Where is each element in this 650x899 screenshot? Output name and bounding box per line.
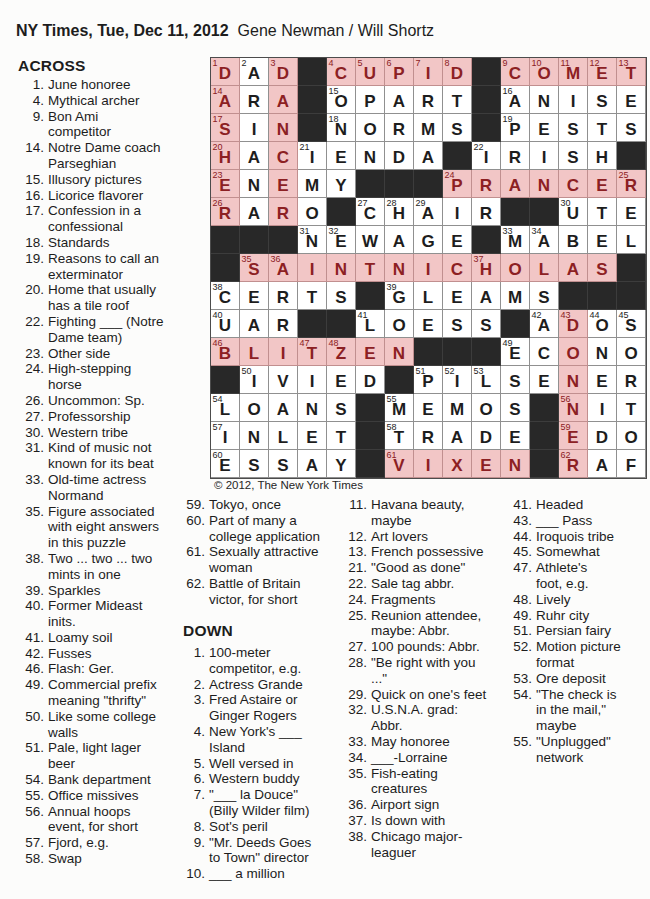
- shaded-grid-cell[interactable]: I: [414, 450, 443, 478]
- grid-cell[interactable]: G: [414, 226, 443, 254]
- clue-item[interactable]: 4.Mythical archer: [18, 93, 186, 109]
- grid-cell[interactable]: W: [356, 226, 385, 254]
- clue-number: 12.: [345, 529, 371, 545]
- clue-item[interactable]: 12.Art lovers: [345, 529, 503, 545]
- cell-letter: S: [240, 260, 268, 280]
- cell-letter: P: [414, 372, 442, 392]
- grid-cell[interactable]: O: [385, 310, 414, 338]
- grid-cell[interactable]: Y: [327, 450, 356, 478]
- clue-item[interactable]: 35.Fish-eating creatures: [345, 766, 503, 798]
- clue-item[interactable]: 43.___ Pass: [510, 513, 642, 529]
- grid-cell[interactable]: 32E: [327, 226, 356, 254]
- shaded-grid-cell[interactable]: E: [356, 338, 385, 366]
- grid-cell[interactable]: N: [240, 422, 269, 450]
- clue-item[interactable]: 41.Headed: [510, 497, 642, 513]
- shaded-grid-cell[interactable]: 59E: [559, 422, 588, 450]
- grid-cell[interactable]: L: [617, 226, 646, 254]
- shaded-grid-cell[interactable]: C: [559, 170, 588, 198]
- shaded-grid-cell[interactable]: 4C: [327, 58, 356, 86]
- clue-text: Fragments: [371, 592, 436, 608]
- clue-item[interactable]: 39.Sparkles: [18, 583, 186, 599]
- shaded-grid-cell[interactable]: 26R: [211, 198, 240, 226]
- clue-item[interactable]: 42.Fusses: [18, 646, 186, 662]
- shaded-grid-cell[interactable]: T: [356, 254, 385, 282]
- grid-cell[interactable]: V: [269, 366, 298, 394]
- grid-cell[interactable]: N: [588, 338, 617, 366]
- clue-item[interactable]: 41.Loamy soil: [18, 630, 186, 646]
- clue-item[interactable]: 8.Sot's peril: [183, 819, 335, 835]
- clue-text: "Unplugged" network: [536, 734, 611, 766]
- clue-item[interactable]: 51.Pale, light lager beer: [18, 740, 186, 772]
- grid-cell[interactable]: D: [385, 142, 414, 170]
- clue-item[interactable]: 56.Annual hoops event, for short: [18, 804, 186, 836]
- shaded-grid-cell[interactable]: 8D: [443, 58, 472, 86]
- grid-cell[interactable]: T: [443, 86, 472, 114]
- clue-item[interactable]: 48.Lively: [510, 592, 642, 608]
- clue-item[interactable]: 4.New York's ___ Island: [183, 724, 335, 756]
- cell-letter: A: [385, 232, 413, 252]
- shaded-grid-cell[interactable]: 3D: [269, 58, 298, 86]
- grid-cell[interactable]: I: [240, 114, 269, 142]
- clue-item[interactable]: 5.Well versed in: [183, 756, 335, 772]
- grid-cell[interactable]: O: [298, 198, 327, 226]
- grid-cell[interactable]: E: [240, 282, 269, 310]
- clue-text: Sale tag abbr.: [371, 576, 454, 592]
- grid-cell[interactable]: A: [240, 142, 269, 170]
- black-cell: [356, 450, 385, 478]
- grid-cell[interactable]: O: [472, 394, 501, 422]
- grid-cell[interactable]: E: [501, 422, 530, 450]
- grid-cell[interactable]: 53L: [472, 366, 501, 394]
- shaded-grid-cell[interactable]: C: [269, 142, 298, 170]
- grid-cell[interactable]: A: [240, 310, 269, 338]
- grid-cell[interactable]: E: [414, 394, 443, 422]
- grid-cell[interactable]: 55M: [385, 394, 414, 422]
- clue-item[interactable]: 60.Part of many a college application: [183, 513, 335, 545]
- grid-cell[interactable]: O: [617, 338, 646, 366]
- shaded-grid-cell[interactable]: 46B: [211, 338, 240, 366]
- grid-cell[interactable]: E: [530, 114, 559, 142]
- clue-item[interactable]: 28."Be right with you ...": [345, 655, 503, 687]
- shaded-grid-cell[interactable]: I: [298, 254, 327, 282]
- grid-cell[interactable]: T: [588, 198, 617, 226]
- cell-letter: S: [501, 400, 529, 420]
- shaded-grid-cell[interactable]: R: [472, 170, 501, 198]
- cell-letter: N: [530, 92, 558, 112]
- shaded-grid-cell[interactable]: N: [501, 450, 530, 478]
- grid-cell[interactable]: E: [588, 226, 617, 254]
- clue-item[interactable]: 57.Fjord, e.g.: [18, 835, 186, 851]
- shaded-grid-cell[interactable]: 5U: [356, 58, 385, 86]
- clue-item[interactable]: 22.Sale tag abbr.: [345, 576, 503, 592]
- grid-cell[interactable]: I: [530, 142, 559, 170]
- shaded-grid-cell[interactable]: 25R: [617, 170, 646, 198]
- grid-cell[interactable]: 19P: [501, 114, 530, 142]
- grid-cell[interactable]: E: [298, 422, 327, 450]
- clue-item[interactable]: 50.Like some college walls: [18, 709, 186, 741]
- grid-cell[interactable]: 21I: [298, 142, 327, 170]
- shaded-grid-cell[interactable]: X: [443, 450, 472, 478]
- grid-cell[interactable]: S: [501, 366, 530, 394]
- clue-item[interactable]: 18.Standards: [18, 235, 186, 251]
- shaded-grid-cell[interactable]: I: [414, 254, 443, 282]
- grid-cell[interactable]: Y: [327, 170, 356, 198]
- shaded-grid-cell[interactable]: 14A: [211, 86, 240, 114]
- grid-cell[interactable]: 28H: [385, 198, 414, 226]
- grid-cell[interactable]: H: [588, 142, 617, 170]
- grid-cell[interactable]: D: [472, 422, 501, 450]
- clue-number: 29.: [345, 687, 371, 703]
- clue-item[interactable]: 24.Fragments: [345, 592, 503, 608]
- grid-cell[interactable]: T: [588, 114, 617, 142]
- grid-cell[interactable]: 58T: [385, 422, 414, 450]
- grid-cell[interactable]: I: [559, 86, 588, 114]
- clue-item[interactable]: 17.Confession in a confessional: [18, 203, 186, 235]
- clue-item[interactable]: 38.Chicago major- leaguer: [345, 829, 503, 861]
- shaded-grid-cell[interactable]: 20H: [211, 142, 240, 170]
- shaded-grid-cell[interactable]: 11M: [559, 58, 588, 86]
- shaded-grid-cell[interactable]: 13T: [617, 58, 646, 86]
- grid-cell[interactable]: A: [240, 198, 269, 226]
- clue-text: "The check is in the mail," maybe: [536, 687, 617, 734]
- grid-cell[interactable]: M: [414, 114, 443, 142]
- grid-cell[interactable]: S: [327, 394, 356, 422]
- grid-cell[interactable]: R: [472, 198, 501, 226]
- grid-cell[interactable]: F: [617, 450, 646, 478]
- shaded-grid-cell[interactable]: N: [530, 170, 559, 198]
- clue-item[interactable]: 9."Mr. Deeds Goes to Town" director: [183, 835, 335, 867]
- shaded-grid-cell[interactable]: E: [269, 170, 298, 198]
- black-cell: [588, 282, 617, 310]
- grid-cell[interactable]: D: [588, 422, 617, 450]
- grid-cell[interactable]: 33M: [501, 226, 530, 254]
- clue-item[interactable]: 54.Bank department: [18, 772, 186, 788]
- clue-item[interactable]: 62.Battle of Britain victor, for short: [183, 576, 335, 608]
- shaded-grid-cell[interactable]: O: [501, 254, 530, 282]
- shaded-grid-cell[interactable]: 23E: [211, 170, 240, 198]
- clue-number: 61.: [183, 544, 209, 560]
- shaded-grid-cell[interactable]: N: [385, 338, 414, 366]
- clue-item[interactable]: 14.Notre Dame coach Parseghian: [18, 140, 186, 172]
- clue-item[interactable]: 9.Bon Ami competitor: [18, 109, 186, 141]
- grid-cell[interactable]: A: [443, 422, 472, 450]
- grid-cell[interactable]: 2A: [240, 58, 269, 86]
- grid-cell[interactable]: E: [530, 366, 559, 394]
- cell-letter: N: [385, 344, 413, 364]
- clue-item[interactable]: 1.100-meter competitor, e.g.: [183, 645, 335, 677]
- shaded-grid-cell[interactable]: N: [559, 366, 588, 394]
- grid-cell[interactable]: M: [443, 394, 472, 422]
- clue-item[interactable]: 27.Professorship: [18, 409, 186, 425]
- grid-cell[interactable]: 29A: [414, 198, 443, 226]
- grid-cell[interactable]: 34A: [530, 226, 559, 254]
- shaded-grid-cell[interactable]: N: [327, 254, 356, 282]
- clue-item[interactable]: 2.Actress Grande: [183, 677, 335, 693]
- grid-cell[interactable]: 27C: [356, 198, 385, 226]
- shaded-grid-cell[interactable]: 48Z: [327, 338, 356, 366]
- clue-item[interactable]: 13.French possessive: [345, 544, 503, 560]
- clue-item[interactable]: 54."The check is in the mail," maybe: [510, 687, 642, 734]
- grid-cell[interactable]: 49E: [501, 338, 530, 366]
- clue-text: Sexually attractive woman: [209, 544, 319, 576]
- clue-item[interactable]: 21."Good as done": [345, 560, 503, 576]
- grid-cell[interactable]: I: [298, 366, 327, 394]
- shaded-grid-cell[interactable]: 9C: [501, 58, 530, 86]
- clue-item[interactable]: 40.Former Mideast inits.: [18, 598, 186, 630]
- grid-cell[interactable]: S: [443, 310, 472, 338]
- cell-letter: P: [443, 176, 471, 196]
- clue-item[interactable]: 49.Ruhr city: [510, 608, 642, 624]
- grid-cell[interactable]: A: [385, 226, 414, 254]
- clue-item[interactable]: 35.Figure associated with eight answers …: [18, 504, 186, 551]
- grid-cell[interactable]: A: [385, 86, 414, 114]
- grid-cell[interactable]: D: [356, 366, 385, 394]
- grid-cell[interactable]: 45S: [617, 310, 646, 338]
- shaded-grid-cell[interactable]: I: [269, 338, 298, 366]
- shaded-grid-cell[interactable]: O: [559, 338, 588, 366]
- shaded-grid-cell[interactable]: L: [530, 254, 559, 282]
- shaded-grid-cell[interactable]: 56N: [559, 394, 588, 422]
- clue-item[interactable]: 26.Uncommon: Sp.: [18, 393, 186, 409]
- grid-cell[interactable]: E: [327, 142, 356, 170]
- grid-cell[interactable]: S: [559, 114, 588, 142]
- shaded-grid-cell[interactable]: 7I: [414, 58, 443, 86]
- grid-cell[interactable]: 22I: [472, 142, 501, 170]
- clue-item[interactable]: 37.Is down with: [345, 813, 503, 829]
- clue-item[interactable]: 49.Commercial prefix meaning "thrifty": [18, 677, 186, 709]
- grid-cell[interactable]: C: [530, 338, 559, 366]
- cell-letter: N: [327, 260, 355, 280]
- grid-cell[interactable]: 54L: [211, 394, 240, 422]
- grid-cell[interactable]: R: [269, 310, 298, 338]
- clue-item[interactable]: 20.Home that usually has a tile roof: [18, 282, 186, 314]
- grid-cell[interactable]: L: [269, 422, 298, 450]
- shaded-grid-cell[interactable]: S: [588, 254, 617, 282]
- clue-item[interactable]: 33.Old-time actress Normand: [18, 472, 186, 504]
- clue-item[interactable]: 24.High-stepping horse: [18, 361, 186, 393]
- grid-cell[interactable]: R: [501, 142, 530, 170]
- shaded-grid-cell[interactable]: A: [559, 254, 588, 282]
- grid-cell[interactable]: L: [414, 282, 443, 310]
- grid-cell[interactable]: N: [530, 86, 559, 114]
- cell-letter: I: [443, 372, 471, 392]
- clue-item[interactable]: 15.Illusory pictures: [18, 172, 186, 188]
- grid-cell[interactable]: E: [588, 366, 617, 394]
- cell-letter: L: [472, 372, 500, 392]
- shaded-grid-cell[interactable]: N: [269, 114, 298, 142]
- clue-item[interactable]: 55.Office missives: [18, 788, 186, 804]
- clue-item[interactable]: 45.Somewhat: [510, 544, 642, 560]
- across-clues-column-2: 59.Tokyo, once60.Part of many a college …: [183, 497, 335, 608]
- grid-cell[interactable]: T: [327, 422, 356, 450]
- clue-item[interactable]: 58.Swap: [18, 851, 186, 867]
- clue-item[interactable]: 27.100 pounds: Abbr.: [345, 639, 503, 655]
- clue-item[interactable]: 36.Airport sign: [345, 797, 503, 813]
- cell-letter: L: [269, 428, 297, 448]
- clue-item[interactable]: 44.Iroquois tribe: [510, 529, 642, 545]
- grid-cell[interactable]: S: [530, 282, 559, 310]
- clue-item[interactable]: 38.Two ... two ... two mints in one: [18, 551, 186, 583]
- grid-cell[interactable]: S: [559, 142, 588, 170]
- grid-cell[interactable]: 52I: [443, 366, 472, 394]
- cell-letter: N: [298, 400, 326, 420]
- shaded-grid-cell[interactable]: 37H: [472, 254, 501, 282]
- clue-item[interactable]: 32.U.S.N.A. grad: Abbr.: [345, 702, 503, 734]
- grid-cell[interactable]: M: [501, 282, 530, 310]
- shaded-grid-cell[interactable]: 12E: [588, 58, 617, 86]
- clue-item[interactable]: 61.Sexually attractive woman: [183, 544, 335, 576]
- clue-text: May honoree: [371, 734, 450, 750]
- clue-item[interactable]: 31.Kind of music not known for its beat: [18, 440, 186, 472]
- grid-cell[interactable]: R: [240, 86, 269, 114]
- grid-cell[interactable]: S: [501, 394, 530, 422]
- grid-cell[interactable]: 38C: [211, 282, 240, 310]
- clue-number: 41.: [510, 497, 536, 513]
- grid-cell[interactable]: R: [385, 114, 414, 142]
- clue-item[interactable]: 16.Licorice flavorer: [18, 188, 186, 204]
- grid-cell[interactable]: R: [269, 282, 298, 310]
- grid-cell[interactable]: I: [588, 394, 617, 422]
- grid-cell[interactable]: O: [240, 394, 269, 422]
- grid-cell[interactable]: O: [617, 422, 646, 450]
- grid-cell[interactable]: S: [588, 86, 617, 114]
- clue-item[interactable]: 46.Flash: Ger.: [18, 661, 186, 677]
- grid-cell[interactable]: A: [298, 450, 327, 478]
- grid-cell[interactable]: B: [559, 226, 588, 254]
- cell-letter: N: [269, 120, 297, 140]
- clue-item[interactable]: 29.Quick on one's feet: [345, 687, 503, 703]
- grid-cell[interactable]: 31N: [298, 226, 327, 254]
- clue-item[interactable]: 7."___ la Douce" (Billy Wilder film): [183, 787, 335, 819]
- clue-item[interactable]: 19.Reasons to call an exterminator: [18, 251, 186, 283]
- grid-cell[interactable]: 44O: [588, 310, 617, 338]
- grid-cell[interactable]: S: [269, 450, 298, 478]
- clue-item[interactable]: 47.Athlete's foot, e.g.: [510, 560, 642, 592]
- grid-cell[interactable]: 39G: [385, 282, 414, 310]
- shaded-grid-cell[interactable]: A: [269, 86, 298, 114]
- shaded-grid-cell[interactable]: 1D: [211, 58, 240, 86]
- shaded-grid-cell[interactable]: C: [443, 254, 472, 282]
- grid-cell[interactable]: 15O: [327, 86, 356, 114]
- clue-number: 39.: [18, 583, 48, 599]
- grid-cell[interactable]: 57I: [211, 422, 240, 450]
- grid-cell[interactable]: R: [414, 422, 443, 450]
- grid-cell[interactable]: M: [298, 170, 327, 198]
- grid-cell[interactable]: E: [443, 282, 472, 310]
- grid-cell[interactable]: E: [414, 310, 443, 338]
- shaded-grid-cell[interactable]: 47T: [298, 338, 327, 366]
- clue-number: 51.: [18, 740, 48, 756]
- shaded-grid-cell[interactable]: 43D: [559, 310, 588, 338]
- grid-cell[interactable]: T: [617, 394, 646, 422]
- grid-cell[interactable]: A: [269, 394, 298, 422]
- cell-letter: S: [211, 120, 239, 140]
- cell-letter: N: [327, 120, 355, 140]
- clue-item[interactable]: 33.May honoree: [345, 734, 503, 750]
- grid-cell[interactable]: 40U: [211, 310, 240, 338]
- shaded-grid-cell[interactable]: R: [269, 198, 298, 226]
- grid-cell[interactable]: P: [356, 86, 385, 114]
- shaded-grid-cell[interactable]: N: [385, 254, 414, 282]
- grid-cell[interactable]: T: [298, 282, 327, 310]
- grid-cell[interactable]: S: [472, 310, 501, 338]
- grid-cell[interactable]: E: [617, 198, 646, 226]
- clue-item[interactable]: 51.Persian fairy: [510, 623, 642, 639]
- cell-letter: S: [559, 120, 587, 140]
- clue-item[interactable]: 23.Other side: [18, 346, 186, 362]
- clue-item[interactable]: 1.June honoree: [18, 77, 186, 93]
- grid-cell[interactable]: 18N: [327, 114, 356, 142]
- grid-cell[interactable]: A: [414, 142, 443, 170]
- clue-item[interactable]: 52.Motion picture format: [510, 639, 642, 671]
- clue-item[interactable]: 53.Ore deposit: [510, 671, 642, 687]
- grid-cell[interactable]: A: [472, 282, 501, 310]
- clue-item[interactable]: 34.___-Lorraine: [345, 750, 503, 766]
- grid-cell[interactable]: 30U: [559, 198, 588, 226]
- cell-letter: Y: [327, 456, 355, 476]
- cell-letter: X: [443, 456, 471, 476]
- clue-item[interactable]: 10.___ a million: [183, 866, 335, 882]
- shaded-grid-cell[interactable]: 10O: [530, 58, 559, 86]
- grid-cell[interactable]: A: [588, 450, 617, 478]
- grid-cell[interactable]: 41L: [356, 310, 385, 338]
- grid-cell[interactable]: S: [443, 114, 472, 142]
- shaded-grid-cell[interactable]: 6P: [385, 58, 414, 86]
- shaded-grid-cell[interactable]: 17S: [211, 114, 240, 142]
- grid-cell[interactable]: S: [327, 282, 356, 310]
- shaded-grid-cell[interactable]: A: [501, 170, 530, 198]
- grid-cell[interactable]: S: [617, 114, 646, 142]
- shaded-grid-cell[interactable]: E: [588, 170, 617, 198]
- grid-cell[interactable]: E: [617, 86, 646, 114]
- clue-item[interactable]: 3.Fred Astaire or Ginger Rogers: [183, 692, 335, 724]
- grid-cell[interactable]: E: [443, 226, 472, 254]
- shaded-grid-cell[interactable]: E: [472, 450, 501, 478]
- grid-cell[interactable]: I: [443, 198, 472, 226]
- clue-item[interactable]: 30.Western tribe: [18, 425, 186, 441]
- clue-item[interactable]: 59.Tokyo, once: [183, 497, 335, 513]
- shaded-grid-cell[interactable]: 35S: [240, 254, 269, 282]
- grid-cell[interactable]: 16A: [501, 86, 530, 114]
- grid-cell[interactable]: 42A: [530, 310, 559, 338]
- grid-cell[interactable]: R: [414, 86, 443, 114]
- grid-cell[interactable]: N: [356, 142, 385, 170]
- clue-item[interactable]: 6.Western buddy: [183, 771, 335, 787]
- clue-item[interactable]: 11.Havana beauty, maybe: [345, 497, 503, 529]
- clue-item[interactable]: 25.Reunion attendee, maybe: Abbr.: [345, 608, 503, 640]
- clue-number: 30.: [18, 425, 48, 441]
- shaded-grid-cell[interactable]: 36A: [269, 254, 298, 282]
- grid-cell[interactable]: E: [327, 366, 356, 394]
- grid-cell[interactable]: N: [298, 394, 327, 422]
- grid-cell[interactable]: 51P: [414, 366, 443, 394]
- grid-cell[interactable]: S: [240, 450, 269, 478]
- shaded-grid-cell[interactable]: 62R: [559, 450, 588, 478]
- shaded-grid-cell[interactable]: 24P: [443, 170, 472, 198]
- grid-cell[interactable]: R: [617, 366, 646, 394]
- shaded-grid-cell[interactable]: L: [240, 338, 269, 366]
- clue-text: Fish-eating creatures: [371, 766, 438, 798]
- grid-cell[interactable]: N: [240, 170, 269, 198]
- grid-cell[interactable]: 60E: [211, 450, 240, 478]
- grid-cell[interactable]: 50I: [240, 366, 269, 394]
- clue-text: ___ a million: [209, 866, 285, 882]
- clue-item[interactable]: 55."Unplugged" network: [510, 734, 642, 766]
- clue-item[interactable]: 22.Fighting ___ (Notre Dame team): [18, 314, 186, 346]
- grid-cell[interactable]: O: [356, 114, 385, 142]
- black-cell: [472, 114, 501, 142]
- shaded-grid-cell[interactable]: 61V: [385, 450, 414, 478]
